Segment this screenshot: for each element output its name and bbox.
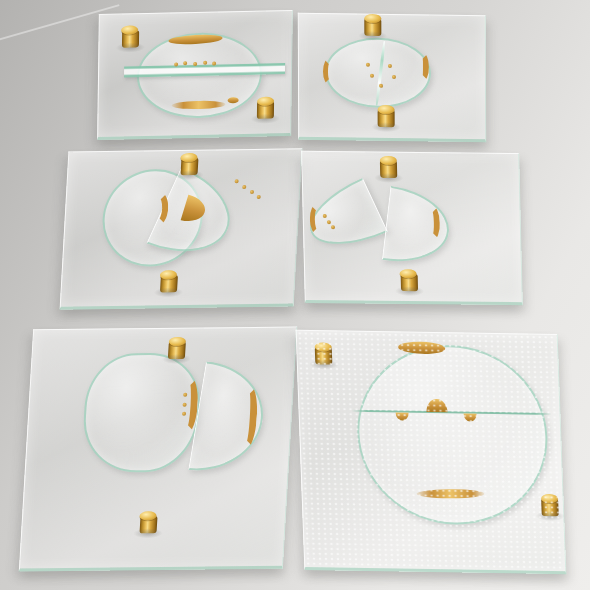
brass-peg xyxy=(400,274,417,291)
glass-disc xyxy=(354,344,550,526)
brass-peg xyxy=(160,276,178,293)
brass-peg xyxy=(257,101,274,118)
gold-dot xyxy=(370,74,374,78)
brass-peg xyxy=(541,499,559,516)
brass-peg xyxy=(380,161,397,178)
gold-dot xyxy=(174,62,178,66)
gold-crescent xyxy=(310,204,326,235)
gold-dot xyxy=(242,185,246,189)
brass-peg xyxy=(168,342,186,359)
glass-tile-2 xyxy=(298,13,486,143)
photo-glass-artwork xyxy=(0,0,590,590)
gold-dot xyxy=(193,62,197,66)
glass-half-disc xyxy=(382,186,453,270)
glass-tile-5 xyxy=(19,327,297,572)
gold-dot xyxy=(250,190,254,194)
gold-dot xyxy=(257,195,261,199)
brass-peg xyxy=(139,516,157,533)
gold-dot xyxy=(379,84,383,88)
glass-tile-4 xyxy=(301,151,523,305)
glass-tile-6 xyxy=(296,330,567,574)
glass-tile-1 xyxy=(97,10,293,140)
brass-peg xyxy=(315,347,333,364)
brass-peg xyxy=(122,31,139,48)
brass-peg xyxy=(378,110,395,127)
brass-peg xyxy=(180,158,198,175)
glass-tile-3 xyxy=(60,148,303,309)
glass-half-disc xyxy=(188,361,271,476)
gold-dot xyxy=(203,61,207,65)
gold-dot xyxy=(235,179,239,183)
gold-dot xyxy=(366,63,370,67)
brass-peg xyxy=(365,19,382,36)
